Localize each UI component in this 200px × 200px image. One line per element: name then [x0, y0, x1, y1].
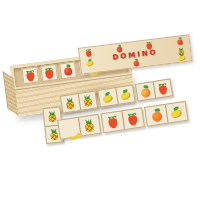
domino-half: [153, 79, 172, 97]
pineapple-icon: [63, 96, 77, 110]
lemon-icon: [118, 88, 132, 102]
peach-icon: [138, 85, 152, 99]
domino-half: [145, 105, 168, 126]
product-photo-fruit-domino: DOMINO: [0, 0, 200, 200]
strawberry-icon: [156, 82, 170, 96]
box-slide-lid[interactable]: DOMINO: [78, 34, 192, 74]
domino-half: [102, 111, 125, 132]
stacked-domino-tile[interactable]: [21, 66, 39, 84]
domino-half: [58, 118, 81, 139]
apple-icon: [61, 64, 74, 77]
domino-half: [122, 108, 144, 129]
strawberry-icon: [145, 41, 154, 50]
strawberry-icon: [84, 48, 93, 57]
banana-icon: [86, 64, 95, 73]
strawberry-icon: [125, 111, 140, 126]
domino-tile[interactable]: [135, 78, 173, 101]
strawberry-icon: [24, 69, 37, 82]
stacked-domino-tile[interactable]: [59, 61, 77, 79]
lemon-icon: [169, 105, 184, 120]
banana-icon: [62, 121, 77, 136]
orange-icon: [149, 108, 164, 123]
domino-half: [116, 85, 135, 103]
apple-icon: [132, 58, 141, 67]
stacked-domino-tile[interactable]: [40, 64, 58, 82]
apple-icon: [175, 37, 184, 46]
strawberry-icon: [43, 66, 56, 79]
lemon-icon: [101, 91, 115, 105]
strawberry-icon: [105, 114, 120, 129]
domino-half: [165, 102, 187, 123]
apple-icon: [114, 44, 123, 53]
domino-half: [78, 115, 100, 136]
domino-half: [78, 91, 97, 109]
lemon-icon: [177, 53, 186, 62]
pineapple-icon: [81, 94, 95, 108]
pineapple-icon: [82, 118, 97, 133]
